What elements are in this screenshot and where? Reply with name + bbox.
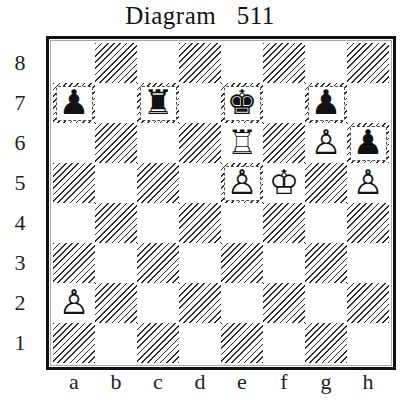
square-h8 <box>347 43 389 83</box>
square-h6: ♟ <box>347 123 389 163</box>
rank-label-3: 3 <box>6 243 34 283</box>
square-b6 <box>95 123 137 163</box>
square-a5 <box>53 163 95 203</box>
square-b4 <box>95 203 137 243</box>
piece-halo: ♚ <box>224 86 261 121</box>
chess-board: ♟♜♚♟♖♙♟♙♔♙♙ <box>46 36 396 370</box>
square-b8 <box>95 43 137 83</box>
square-h1 <box>347 323 389 363</box>
white-rook-e6: ♖ <box>227 125 257 159</box>
square-d8 <box>179 43 221 83</box>
black-pawn-h6: ♟ <box>353 125 383 159</box>
square-b2 <box>95 283 137 323</box>
square-g8 <box>305 43 347 83</box>
square-f8 <box>263 43 305 83</box>
square-b1 <box>95 323 137 363</box>
file-label-c: c <box>137 369 179 395</box>
square-d1 <box>179 323 221 363</box>
square-a2: ♙ <box>53 283 95 323</box>
piece-halo: ♜ <box>140 86 177 121</box>
square-c8 <box>137 43 179 83</box>
square-f7 <box>263 83 305 123</box>
rank-label-8: 8 <box>6 43 34 83</box>
square-g3 <box>305 243 347 283</box>
square-e6: ♖ <box>221 123 263 163</box>
square-a8 <box>53 43 95 83</box>
piece-halo: ♟ <box>56 86 93 121</box>
board-grid: ♟♜♚♟♖♙♟♙♔♙♙ <box>53 43 389 363</box>
square-f2 <box>263 283 305 323</box>
square-h4 <box>347 203 389 243</box>
rank-label-7: 7 <box>6 83 34 123</box>
square-d2 <box>179 283 221 323</box>
rank-label-6: 6 <box>6 123 34 163</box>
rank-label-1: 1 <box>6 323 34 363</box>
square-c4 <box>137 203 179 243</box>
rank-label-2: 2 <box>6 283 34 323</box>
black-king-e7: ♚ <box>227 85 257 119</box>
square-f4 <box>263 203 305 243</box>
piece-halo: ♟ <box>308 86 345 121</box>
square-e3 <box>221 243 263 283</box>
square-d4 <box>179 203 221 243</box>
file-label-b: b <box>95 369 137 395</box>
square-g1 <box>305 323 347 363</box>
file-label-g: g <box>305 369 347 395</box>
black-pawn-g7: ♟ <box>311 85 341 119</box>
square-e5: ♙ <box>221 163 263 203</box>
square-d5 <box>179 163 221 203</box>
square-a6 <box>53 123 95 163</box>
square-g2 <box>305 283 347 323</box>
square-a4 <box>53 203 95 243</box>
square-b3 <box>95 243 137 283</box>
chess-board-inner: ♟♜♚♟♖♙♟♙♔♙♙ <box>50 40 392 366</box>
square-c5 <box>137 163 179 203</box>
square-b5 <box>95 163 137 203</box>
square-f6 <box>263 123 305 163</box>
square-f5: ♔ <box>263 163 305 203</box>
square-e2 <box>221 283 263 323</box>
white-pawn-h5: ♙ <box>353 165 383 199</box>
square-e7: ♚ <box>221 83 263 123</box>
file-label-d: d <box>179 369 221 395</box>
square-g4 <box>305 203 347 243</box>
square-g5 <box>305 163 347 203</box>
square-a7: ♟ <box>53 83 95 123</box>
black-pawn-a7: ♟ <box>59 85 89 119</box>
square-f3 <box>263 243 305 283</box>
square-d3 <box>179 243 221 283</box>
rank-label-5: 5 <box>6 163 34 203</box>
square-b7 <box>95 83 137 123</box>
file-labels: abcdefgh <box>53 369 389 395</box>
square-e8 <box>221 43 263 83</box>
square-a3 <box>53 243 95 283</box>
square-c2 <box>137 283 179 323</box>
square-g6: ♙ <box>305 123 347 163</box>
square-g7: ♟ <box>305 83 347 123</box>
square-h3 <box>347 243 389 283</box>
square-d7 <box>179 83 221 123</box>
white-pawn-g6: ♙ <box>311 125 341 159</box>
square-e4 <box>221 203 263 243</box>
square-d6 <box>179 123 221 163</box>
file-label-a: a <box>53 369 95 395</box>
white-pawn-e5: ♙ <box>227 165 257 199</box>
rank-labels: 87654321 <box>6 43 34 363</box>
diagram-title: Diagram 511 <box>0 2 400 30</box>
file-label-f: f <box>263 369 305 395</box>
square-h2 <box>347 283 389 323</box>
square-c1 <box>137 323 179 363</box>
square-a1 <box>53 323 95 363</box>
white-pawn-a2: ♙ <box>59 285 89 319</box>
square-h5: ♙ <box>347 163 389 203</box>
piece-halo: ♟ <box>350 126 387 161</box>
square-c6 <box>137 123 179 163</box>
square-e1 <box>221 323 263 363</box>
white-king-f5: ♔ <box>269 165 299 199</box>
black-rook-c7: ♜ <box>143 85 173 119</box>
file-label-h: h <box>347 369 389 395</box>
file-label-e: e <box>221 369 263 395</box>
square-c7: ♜ <box>137 83 179 123</box>
square-c3 <box>137 243 179 283</box>
piece-halo: ♙ <box>224 166 261 201</box>
rank-label-4: 4 <box>6 203 34 243</box>
square-h7 <box>347 83 389 123</box>
square-f1 <box>263 323 305 363</box>
